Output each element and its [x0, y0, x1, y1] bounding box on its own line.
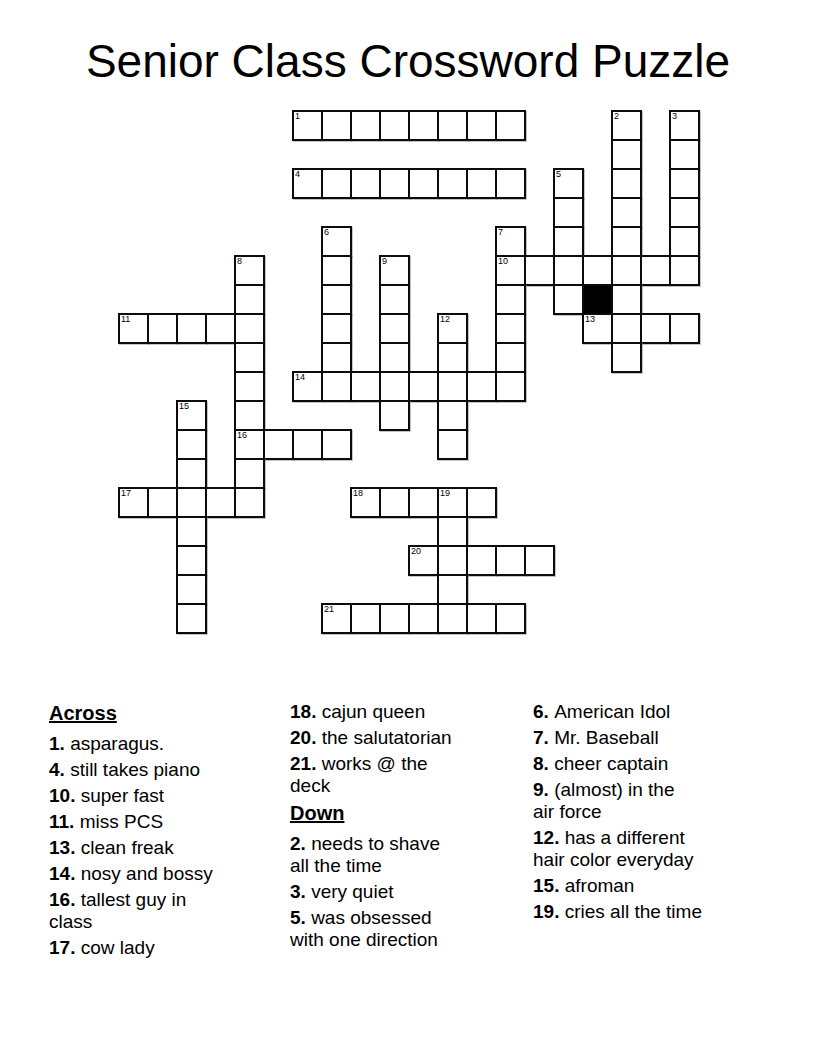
clue-text: (almost) in the air force — [533, 779, 675, 822]
grid-cell[interactable] — [669, 168, 700, 199]
clue-number: 16. — [49, 889, 81, 910]
clue-text: needs to shave all the time — [290, 833, 440, 876]
grid-cell[interactable] — [205, 487, 236, 518]
grid-cell[interactable] — [321, 342, 352, 373]
grid-cell[interactable] — [176, 429, 207, 460]
grid-cell[interactable] — [321, 110, 352, 141]
clue-9: 9. (almost) in the air force — [533, 779, 783, 823]
clue-15: 15. afroman — [533, 875, 783, 897]
grid-cell[interactable] — [437, 313, 468, 344]
grid-cell[interactable] — [379, 400, 410, 431]
clue-column-2: 18. cajun queen20. the salutatorian21. w… — [290, 701, 525, 955]
grid-cell[interactable] — [321, 429, 352, 460]
grid-cell[interactable] — [408, 487, 439, 518]
clue-number: 12. — [533, 827, 565, 848]
grid-cell[interactable] — [408, 603, 439, 634]
clue-number: 5. — [290, 907, 311, 928]
clue-1: 1. asparagus. — [49, 733, 284, 755]
clue-text: afroman — [565, 875, 635, 896]
clue-4: 4. still takes piano — [49, 759, 284, 781]
grid-cell[interactable] — [292, 110, 323, 141]
grid-cell[interactable] — [466, 371, 497, 402]
clue-text: nosy and bossy — [81, 863, 213, 884]
grid-cell[interactable] — [582, 313, 613, 344]
clue-number: 2. — [290, 833, 311, 854]
grid-cell[interactable] — [379, 603, 410, 634]
grid-cell[interactable] — [176, 313, 207, 344]
clue-number: 3. — [290, 881, 311, 902]
grid-cell[interactable] — [466, 487, 497, 518]
clue-text: the salutatorian — [322, 727, 452, 748]
clue-text: cow lady — [81, 937, 155, 958]
clue-number: 14. — [49, 863, 81, 884]
grid-cell[interactable] — [495, 313, 526, 344]
grid-cell[interactable] — [408, 110, 439, 141]
grid-cell[interactable] — [495, 603, 526, 634]
clue-text: Mr. Baseball — [554, 727, 659, 748]
clue-number: 1. — [49, 733, 70, 754]
crossword-grid: 123456789101112131415161718192021 — [118, 110, 700, 634]
grid-cell[interactable] — [379, 284, 410, 315]
clue-21: 21. works @ the deck — [290, 753, 525, 797]
grid-cell[interactable] — [147, 313, 178, 344]
grid-cell[interactable] — [437, 400, 468, 431]
clue-number: 4. — [49, 759, 70, 780]
grid-cell[interactable] — [611, 197, 642, 228]
clue-column-3: 6. American Idol7. Mr. Baseball8. cheer … — [533, 701, 783, 927]
grid-cell[interactable] — [437, 110, 468, 141]
grid-cell[interactable] — [292, 429, 323, 460]
grid-cell[interactable] — [176, 516, 207, 547]
grid-cell[interactable] — [234, 371, 265, 402]
grid-cell[interactable] — [611, 110, 642, 141]
clue-3: 3. very quiet — [290, 881, 525, 903]
grid-cell[interactable] — [524, 545, 555, 576]
clue-number: 11. — [49, 811, 80, 832]
clue-6: 6. American Idol — [533, 701, 783, 723]
grid-cell[interactable] — [495, 255, 526, 286]
grid-cell[interactable] — [437, 487, 468, 518]
grid-cell[interactable] — [553, 284, 584, 315]
clue-column-1: Across1. asparagus.4. still takes piano1… — [49, 701, 284, 963]
grid-cell[interactable] — [437, 371, 468, 402]
clue-number: 9. — [533, 779, 554, 800]
grid-cell[interactable] — [437, 574, 468, 605]
grid-cell[interactable] — [379, 342, 410, 373]
grid-cell[interactable] — [321, 255, 352, 286]
clue-number: 20. — [290, 727, 322, 748]
clue-number: 13. — [49, 837, 81, 858]
grid-cell[interactable] — [379, 487, 410, 518]
clue-text: cheer captain — [554, 753, 668, 774]
grid-cell[interactable] — [669, 197, 700, 228]
grid-cell[interactable] — [350, 168, 381, 199]
clue-text: cajun queen — [322, 701, 426, 722]
grid-cell[interactable] — [147, 487, 178, 518]
clue-13: 13. clean freak — [49, 837, 284, 859]
grid-cell[interactable] — [437, 429, 468, 460]
clue-text: American Idol — [554, 701, 670, 722]
grid-cell[interactable] — [292, 371, 323, 402]
clue-text: clean freak — [81, 837, 174, 858]
grid-cell[interactable] — [553, 168, 584, 199]
grid-cell[interactable] — [495, 226, 526, 257]
grid-cell[interactable] — [640, 255, 671, 286]
clue-number: 21. — [290, 753, 322, 774]
grid-cell[interactable] — [321, 371, 352, 402]
clue-number: 7. — [533, 727, 554, 748]
grid-cell[interactable] — [437, 603, 468, 634]
grid-cell[interactable] — [553, 255, 584, 286]
grid-cell[interactable] — [205, 313, 236, 344]
grid-cell[interactable] — [350, 110, 381, 141]
grid-cell[interactable] — [669, 226, 700, 257]
grid-cell[interactable] — [669, 313, 700, 344]
clue-number: 15. — [533, 875, 565, 896]
grid-cell[interactable] — [553, 197, 584, 228]
clue-11: 11. miss PCS — [49, 811, 284, 833]
clue-8: 8. cheer captain — [533, 753, 783, 775]
grid-cell[interactable] — [350, 487, 381, 518]
grid-cell[interactable] — [234, 458, 265, 489]
grid-cell[interactable] — [408, 168, 439, 199]
grid-cell[interactable] — [379, 371, 410, 402]
clue-17: 17. cow lady — [49, 937, 284, 959]
grid-cell[interactable] — [437, 545, 468, 576]
grid-cell[interactable] — [379, 168, 410, 199]
grid-cell[interactable] — [437, 342, 468, 373]
clue-5: 5. was obsessed with one direction — [290, 907, 525, 951]
clue-2: 2. needs to shave all the time — [290, 833, 525, 877]
grid-cell[interactable] — [466, 110, 497, 141]
grid-cell[interactable] — [234, 487, 265, 518]
grid-cell[interactable] — [466, 603, 497, 634]
grid-cell[interactable] — [321, 226, 352, 257]
down-heading: Down — [290, 801, 525, 825]
clue-number: 17. — [49, 937, 81, 958]
clue-text: asparagus. — [70, 733, 164, 754]
grid-cell[interactable] — [176, 458, 207, 489]
clue-14: 14. nosy and bossy — [49, 863, 284, 885]
grid-cell[interactable] — [669, 255, 700, 286]
grid-cell[interactable] — [495, 545, 526, 576]
grid-cell[interactable] — [379, 255, 410, 286]
clue-10: 10. super fast — [49, 785, 284, 807]
grid-cell[interactable] — [495, 342, 526, 373]
grid-cell[interactable] — [350, 603, 381, 634]
clue-number: 10. — [49, 785, 81, 806]
grid-cell[interactable] — [611, 284, 642, 315]
grid-cell[interactable] — [611, 139, 642, 170]
grid-cell[interactable] — [321, 284, 352, 315]
grid-cell[interactable] — [408, 371, 439, 402]
grid-cell[interactable] — [321, 603, 352, 634]
grid-cell[interactable] — [176, 574, 207, 605]
grid-cell[interactable] — [495, 371, 526, 402]
grid-cell[interactable] — [437, 168, 468, 199]
grid-cell[interactable] — [611, 226, 642, 257]
grid-cell[interactable] — [234, 313, 265, 344]
grid-cell[interactable] — [379, 110, 410, 141]
grid-cell[interactable] — [118, 487, 149, 518]
crossword-page: { "title": "Senior Class Crossword Puzzl… — [0, 0, 816, 1056]
grid-cell[interactable] — [524, 255, 555, 286]
grid-cell[interactable] — [611, 342, 642, 373]
grid-cell[interactable] — [350, 371, 381, 402]
clue-text: super fast — [81, 785, 164, 806]
grid-cell[interactable] — [640, 313, 671, 344]
clue-text: was obsessed with one direction — [290, 907, 438, 950]
grid-cell[interactable] — [611, 168, 642, 199]
clue-number: 18. — [290, 701, 322, 722]
grid-cell[interactable] — [495, 168, 526, 199]
across-heading: Across — [49, 701, 284, 725]
clue-20: 20. the salutatorian — [290, 727, 525, 749]
puzzle-title: Senior Class Crossword Puzzle — [0, 34, 816, 88]
grid-cell[interactable] — [379, 313, 410, 344]
grid-cell[interactable] — [669, 110, 700, 141]
grid-cell[interactable] — [234, 255, 265, 286]
clue-number: 6. — [533, 701, 554, 722]
grid-cell[interactable] — [669, 139, 700, 170]
grid-cell[interactable] — [118, 313, 149, 344]
clue-number: 19. — [533, 901, 565, 922]
clue-text: miss PCS — [80, 811, 163, 832]
grid-cell[interactable] — [466, 545, 497, 576]
clue-number: 8. — [533, 753, 554, 774]
grid-cell[interactable] — [292, 168, 323, 199]
grid-cell[interactable] — [234, 429, 265, 460]
clue-16: 16. tallest guy in class — [49, 889, 284, 933]
grid-cell[interactable] — [176, 545, 207, 576]
grid-cell[interactable] — [437, 516, 468, 547]
grid-cell[interactable] — [408, 545, 439, 576]
grid-cell[interactable] — [321, 313, 352, 344]
grid-cell[interactable] — [234, 284, 265, 315]
clue-text: still takes piano — [70, 759, 200, 780]
grid-cell[interactable] — [263, 429, 294, 460]
grid-cell[interactable] — [495, 110, 526, 141]
grid-cell[interactable] — [176, 400, 207, 431]
clue-text: cries all the time — [565, 901, 702, 922]
grid-cell[interactable] — [611, 313, 642, 344]
grid-cell[interactable] — [582, 255, 613, 286]
grid-cell[interactable] — [234, 342, 265, 373]
clue-19: 19. cries all the time — [533, 901, 783, 923]
grid-cell[interactable] — [176, 487, 207, 518]
grid-cell[interactable] — [466, 168, 497, 199]
grid-cell[interactable] — [553, 226, 584, 257]
grid-cell[interactable] — [234, 400, 265, 431]
grid-cell[interactable] — [321, 168, 352, 199]
clue-12: 12. has a different hair color everyday — [533, 827, 783, 871]
black-cell — [582, 284, 613, 315]
grid-cell[interactable] — [495, 284, 526, 315]
grid-cell[interactable] — [176, 603, 207, 634]
grid-cell[interactable] — [611, 255, 642, 286]
clue-7: 7. Mr. Baseball — [533, 727, 783, 749]
clue-18: 18. cajun queen — [290, 701, 525, 723]
clue-text: very quiet — [311, 881, 393, 902]
